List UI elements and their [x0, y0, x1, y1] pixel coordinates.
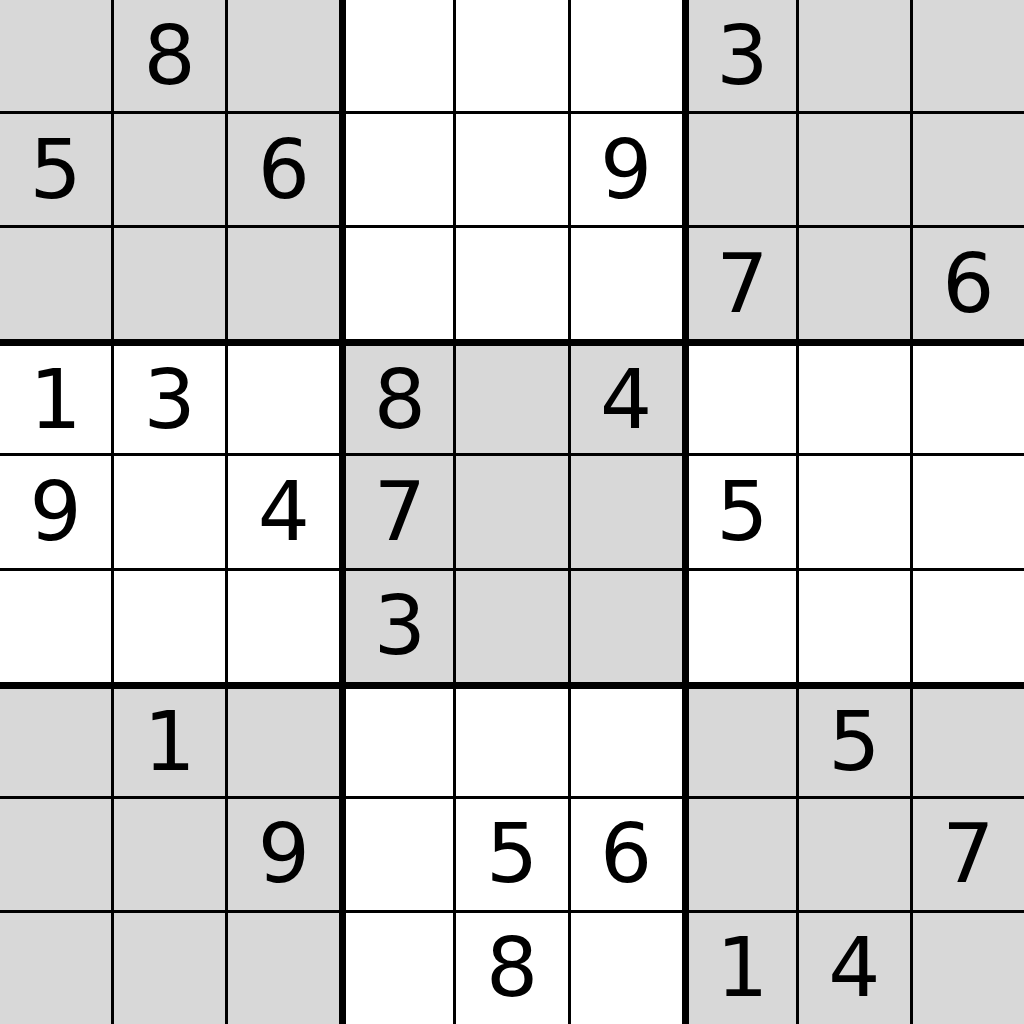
cell-r6c7[interactable] — [685, 571, 796, 682]
cell-r1c5[interactable] — [456, 0, 567, 111]
cell-r4c5[interactable] — [456, 342, 567, 453]
cell-r2c4[interactable] — [342, 114, 453, 225]
cell-r5c6[interactable] — [571, 456, 682, 567]
cell-r9c9[interactable] — [913, 913, 1024, 1024]
cell-r1c3[interactable] — [228, 0, 339, 111]
cell-r2c9[interactable] — [913, 114, 1024, 225]
cell-r4c6[interactable]: 4 — [571, 342, 682, 453]
cell-r5c5[interactable] — [456, 456, 567, 567]
cell-r1c6[interactable] — [571, 0, 682, 111]
cell-r7c8[interactable]: 5 — [799, 685, 910, 796]
cell-r2c6[interactable]: 9 — [571, 114, 682, 225]
cell-r5c4[interactable]: 7 — [342, 456, 453, 567]
cell-r1c8[interactable] — [799, 0, 910, 111]
cell-r8c1[interactable] — [0, 799, 111, 910]
cell-r1c1[interactable] — [0, 0, 111, 111]
cell-r3c3[interactable] — [228, 228, 339, 339]
cell-r5c9[interactable] — [913, 456, 1024, 567]
cell-r4c3[interactable] — [228, 342, 339, 453]
cell-r9c8[interactable]: 4 — [799, 913, 910, 1024]
cell-r1c9[interactable] — [913, 0, 1024, 111]
cell-r5c8[interactable] — [799, 456, 910, 567]
cell-r4c2[interactable]: 3 — [114, 342, 225, 453]
cell-r4c9[interactable] — [913, 342, 1024, 453]
cell-r4c4[interactable]: 8 — [342, 342, 453, 453]
cell-r9c6[interactable] — [571, 913, 682, 1024]
cell-r3c5[interactable] — [456, 228, 567, 339]
cell-r8c9[interactable]: 7 — [913, 799, 1024, 910]
cell-r4c1[interactable]: 1 — [0, 342, 111, 453]
cell-r6c1[interactable] — [0, 571, 111, 682]
cell-r7c4[interactable] — [342, 685, 453, 796]
cell-r2c2[interactable] — [114, 114, 225, 225]
cell-r1c4[interactable] — [342, 0, 453, 111]
cell-r9c1[interactable] — [0, 913, 111, 1024]
cell-r2c3[interactable]: 6 — [228, 114, 339, 225]
cell-r6c9[interactable] — [913, 571, 1024, 682]
cell-r3c8[interactable] — [799, 228, 910, 339]
cell-r6c6[interactable] — [571, 571, 682, 682]
cell-r3c7[interactable]: 7 — [685, 228, 796, 339]
cell-r7c3[interactable] — [228, 685, 339, 796]
cell-r7c1[interactable] — [0, 685, 111, 796]
cell-r1c2[interactable]: 8 — [114, 0, 225, 111]
cell-r3c9[interactable]: 6 — [913, 228, 1024, 339]
cell-r8c6[interactable]: 6 — [571, 799, 682, 910]
cell-r2c7[interactable] — [685, 114, 796, 225]
cell-r8c3[interactable]: 9 — [228, 799, 339, 910]
cell-r6c3[interactable] — [228, 571, 339, 682]
cell-r2c5[interactable] — [456, 114, 567, 225]
cell-r8c2[interactable] — [114, 799, 225, 910]
cell-r3c6[interactable] — [571, 228, 682, 339]
cell-r4c8[interactable] — [799, 342, 910, 453]
cell-r8c7[interactable] — [685, 799, 796, 910]
cell-r8c8[interactable] — [799, 799, 910, 910]
cell-r9c4[interactable] — [342, 913, 453, 1024]
cell-r2c1[interactable]: 5 — [0, 114, 111, 225]
cell-r2c8[interactable] — [799, 114, 910, 225]
cell-r9c3[interactable] — [228, 913, 339, 1024]
cell-r9c2[interactable] — [114, 913, 225, 1024]
cell-r6c2[interactable] — [114, 571, 225, 682]
cell-r5c2[interactable] — [114, 456, 225, 567]
cell-r4c7[interactable] — [685, 342, 796, 453]
cell-r8c4[interactable] — [342, 799, 453, 910]
cell-r7c2[interactable]: 1 — [114, 685, 225, 796]
cell-r9c7[interactable]: 1 — [685, 913, 796, 1024]
cell-r6c8[interactable] — [799, 571, 910, 682]
cell-r7c9[interactable] — [913, 685, 1024, 796]
cell-r6c4[interactable]: 3 — [342, 571, 453, 682]
cell-r9c5[interactable]: 8 — [456, 913, 567, 1024]
cell-r7c5[interactable] — [456, 685, 567, 796]
cell-r7c7[interactable] — [685, 685, 796, 796]
cell-r6c5[interactable] — [456, 571, 567, 682]
cell-r8c5[interactable]: 5 — [456, 799, 567, 910]
cell-r1c7[interactable]: 3 — [685, 0, 796, 111]
cell-r5c3[interactable]: 4 — [228, 456, 339, 567]
cell-r5c7[interactable]: 5 — [685, 456, 796, 567]
cell-r3c1[interactable] — [0, 228, 111, 339]
cell-r7c6[interactable] — [571, 685, 682, 796]
cell-r3c4[interactable] — [342, 228, 453, 339]
sudoku-board: 8356976138494753159567814 — [0, 0, 1024, 1024]
cell-r3c2[interactable] — [114, 228, 225, 339]
cell-r5c1[interactable]: 9 — [0, 456, 111, 567]
